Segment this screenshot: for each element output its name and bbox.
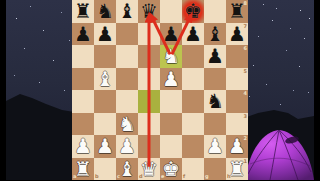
square-f3[interactable]: [182, 113, 204, 136]
square-f2[interactable]: [182, 135, 204, 158]
square-g4[interactable]: ♞: [204, 90, 226, 113]
square-b2[interactable]: ♟: [94, 135, 116, 158]
square-c1[interactable]: ♝c: [116, 158, 138, 181]
square-c2[interactable]: ♟: [116, 135, 138, 158]
square-g2[interactable]: ♟: [204, 135, 226, 158]
square-c5[interactable]: [116, 68, 138, 91]
square-c4[interactable]: [116, 90, 138, 113]
square-a5[interactable]: [72, 68, 94, 91]
square-h3[interactable]: 3: [226, 113, 248, 136]
file-label-f: f: [183, 174, 185, 179]
piece-white-bishop-b5[interactable]: ♝: [94, 68, 116, 91]
square-a3[interactable]: [72, 113, 94, 136]
square-e3[interactable]: [160, 113, 182, 136]
piece-black-rook-a8[interactable]: ♜: [72, 0, 94, 23]
square-e7[interactable]: ♟: [160, 23, 182, 46]
square-f1[interactable]: f: [182, 158, 204, 181]
file-label-e: e: [161, 174, 164, 179]
piece-black-pawn-e7[interactable]: ♟: [160, 23, 182, 46]
square-c7[interactable]: [116, 23, 138, 46]
square-f7[interactable]: ♟: [182, 23, 204, 46]
rank-label-5: 5: [244, 69, 247, 74]
piece-black-knight-b8[interactable]: ♞: [94, 0, 116, 23]
purple-tent: [240, 124, 318, 180]
square-h7[interactable]: ♟7: [226, 23, 248, 46]
square-h2[interactable]: ♟2: [226, 135, 248, 158]
square-b6[interactable]: [94, 45, 116, 68]
square-b1[interactable]: b: [94, 158, 116, 181]
square-f4[interactable]: [182, 90, 204, 113]
square-b4[interactable]: [94, 90, 116, 113]
square-e5[interactable]: ♟: [160, 68, 182, 91]
square-e6[interactable]: ♞: [160, 45, 182, 68]
rank-label-1: 1: [244, 159, 247, 164]
square-d5[interactable]: [138, 68, 160, 91]
piece-black-pawn-f7[interactable]: ♟: [182, 23, 204, 46]
square-b8[interactable]: ♞: [94, 0, 116, 23]
file-label-d: d: [139, 174, 143, 179]
square-h8[interactable]: ♜8: [226, 0, 248, 23]
piece-white-pawn-b2[interactable]: ♟: [94, 135, 116, 158]
piece-black-bishop-c8[interactable]: ♝: [116, 0, 138, 23]
piece-white-knight-c3[interactable]: ♞: [116, 113, 138, 136]
chess-board: ♜♞♝♛♚♜8♟♟♟♟♝♟7♞♟6♝♟5♞4♞3♟♟♟♟♟2♜ab♝c♛d♚ef…: [72, 0, 248, 180]
piece-black-knight-g4[interactable]: ♞: [204, 90, 226, 113]
square-a6[interactable]: [72, 45, 94, 68]
square-e4[interactable]: [160, 90, 182, 113]
square-h6[interactable]: 6: [226, 45, 248, 68]
rank-label-8: 8: [244, 1, 247, 6]
square-g6[interactable]: ♟: [204, 45, 226, 68]
square-f5[interactable]: [182, 68, 204, 91]
square-g1[interactable]: g: [204, 158, 226, 181]
square-g5[interactable]: [204, 68, 226, 91]
rank-label-2: 2: [244, 136, 247, 141]
square-c6[interactable]: [116, 45, 138, 68]
screenshot-root: ♜♞♝♛♚♜8♟♟♟♟♝♟7♞♟6♝♟5♞4♞3♟♟♟♟♟2♜ab♝c♛d♚ef…: [0, 0, 320, 180]
square-c8[interactable]: ♝: [116, 0, 138, 23]
square-a7[interactable]: ♟: [72, 23, 94, 46]
square-e1[interactable]: ♚e: [160, 158, 182, 181]
piece-black-king-f8[interactable]: ♚: [182, 0, 204, 23]
square-a8[interactable]: ♜: [72, 0, 94, 23]
square-f6[interactable]: [182, 45, 204, 68]
square-c3[interactable]: ♞: [116, 113, 138, 136]
square-a2[interactable]: ♟: [72, 135, 94, 158]
tent-dome: [245, 130, 314, 180]
rank-label-7: 7: [244, 24, 247, 29]
square-h1[interactable]: ♜h1: [226, 158, 248, 181]
square-g8[interactable]: [204, 0, 226, 23]
stars: [6, 0, 7, 1]
square-a4[interactable]: [72, 90, 94, 113]
piece-black-pawn-a7[interactable]: ♟: [72, 23, 94, 46]
file-label-c: c: [117, 174, 120, 179]
file-label-h: h: [227, 174, 231, 179]
rank-label-4: 4: [244, 91, 247, 96]
square-b7[interactable]: ♟: [94, 23, 116, 46]
square-e8[interactable]: [160, 0, 182, 23]
square-g3[interactable]: [204, 113, 226, 136]
piece-black-pawn-b7[interactable]: ♟: [94, 23, 116, 46]
piece-black-bishop-g7[interactable]: ♝: [204, 23, 226, 46]
piece-white-pawn-g2[interactable]: ♟: [204, 135, 226, 158]
rank-label-3: 3: [244, 114, 247, 119]
file-label-a: a: [73, 174, 76, 179]
rank-label-6: 6: [244, 46, 247, 51]
square-d3[interactable]: [138, 113, 160, 136]
square-b3[interactable]: [94, 113, 116, 136]
piece-white-pawn-c2[interactable]: ♟: [116, 135, 138, 158]
square-e2[interactable]: [160, 135, 182, 158]
square-f8[interactable]: ♚: [182, 0, 204, 23]
right-letterbox-bar: [314, 0, 320, 180]
square-d2[interactable]: [138, 135, 160, 158]
piece-white-knight-e6[interactable]: ♞: [160, 45, 182, 68]
file-label-g: g: [205, 174, 209, 179]
square-d8[interactable]: ♛: [138, 0, 160, 23]
piece-black-pawn-g6[interactable]: ♟: [204, 45, 226, 68]
piece-white-pawn-e5[interactable]: ♟: [160, 68, 182, 91]
piece-white-pawn-a2[interactable]: ♟: [72, 135, 94, 158]
piece-black-queen-d8[interactable]: ♛: [138, 0, 160, 23]
square-d4[interactable]: [138, 90, 160, 113]
square-h4[interactable]: 4: [226, 90, 248, 113]
square-d6[interactable]: [138, 45, 160, 68]
square-a1[interactable]: ♜a: [72, 158, 94, 181]
square-h5[interactable]: 5: [226, 68, 248, 91]
square-g7[interactable]: ♝: [204, 23, 226, 46]
square-b5[interactable]: ♝: [94, 68, 116, 91]
left-letterbox-bar: [0, 0, 6, 180]
square-d1[interactable]: ♛d: [138, 158, 160, 181]
file-label-b: b: [95, 174, 99, 179]
square-d7[interactable]: [138, 23, 160, 46]
